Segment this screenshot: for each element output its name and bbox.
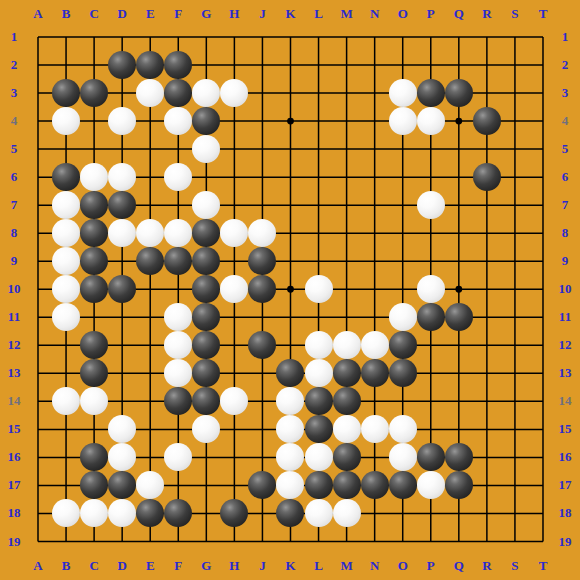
stone-black-G13[interactable] (192, 359, 220, 387)
col-label-bottom-M: M (340, 558, 352, 574)
stone-black-G8[interactable] (192, 219, 220, 247)
stone-black-M14[interactable] (333, 387, 361, 415)
stone-black-D17[interactable] (108, 471, 136, 499)
stone-white-L13[interactable] (305, 359, 333, 387)
row-label-left-12: 12 (8, 337, 21, 353)
stone-white-H10[interactable] (220, 275, 248, 303)
row-label-left-5: 5 (11, 141, 18, 157)
stone-white-B18[interactable] (52, 499, 80, 527)
stone-black-P3[interactable] (417, 79, 445, 107)
star-point-K4 (287, 118, 294, 125)
stone-white-O3[interactable] (389, 79, 417, 107)
stone-black-Q11[interactable] (445, 303, 473, 331)
stone-white-G5[interactable] (192, 135, 220, 163)
stone-white-B8[interactable] (52, 219, 80, 247)
col-label-bottom-Q: Q (454, 558, 464, 574)
stone-black-D2[interactable] (108, 51, 136, 79)
stone-white-B7[interactable] (52, 191, 80, 219)
go-board-app: AABBCCDDEEFFGGHHJJKKLLMMNNOOPPQQRRSSTT11… (0, 0, 580, 580)
stone-white-P17[interactable] (417, 471, 445, 499)
col-label-top-F: F (174, 6, 182, 22)
stone-white-P4[interactable] (417, 107, 445, 135)
stone-black-F9[interactable] (164, 247, 192, 275)
row-label-left-7: 7 (11, 197, 18, 213)
col-label-top-R: R (482, 6, 491, 22)
stone-white-L16[interactable] (305, 443, 333, 471)
stone-black-G4[interactable] (192, 107, 220, 135)
stone-black-R6[interactable] (473, 163, 501, 191)
stone-white-O15[interactable] (389, 415, 417, 443)
col-label-bottom-F: F (174, 558, 182, 574)
row-label-right-16: 16 (559, 449, 572, 465)
stone-black-J12[interactable] (248, 331, 276, 359)
row-label-left-6: 6 (11, 169, 18, 185)
stone-black-Q3[interactable] (445, 79, 473, 107)
stone-black-P11[interactable] (417, 303, 445, 331)
col-label-top-P: P (427, 6, 435, 22)
stone-black-G9[interactable] (192, 247, 220, 275)
stone-black-N17[interactable] (361, 471, 389, 499)
stone-black-G14[interactable] (192, 387, 220, 415)
stone-white-N15[interactable] (361, 415, 389, 443)
stone-black-C12[interactable] (80, 331, 108, 359)
col-label-bottom-O: O (398, 558, 408, 574)
row-label-left-19: 19 (8, 534, 21, 550)
stone-black-C9[interactable] (80, 247, 108, 275)
stone-black-B3[interactable] (52, 79, 80, 107)
stone-white-G15[interactable] (192, 415, 220, 443)
stone-black-M16[interactable] (333, 443, 361, 471)
col-label-top-Q: Q (454, 6, 464, 22)
stone-white-H8[interactable] (220, 219, 248, 247)
stone-black-L17[interactable] (305, 471, 333, 499)
stone-black-H18[interactable] (220, 499, 248, 527)
row-label-left-1: 1 (11, 29, 18, 45)
row-label-left-18: 18 (8, 505, 21, 521)
stone-white-F4[interactable] (164, 107, 192, 135)
star-point-Q4 (455, 118, 462, 125)
stone-black-N13[interactable] (361, 359, 389, 387)
col-label-top-H: H (229, 6, 239, 22)
col-label-bottom-L: L (314, 558, 323, 574)
row-label-left-11: 11 (8, 309, 20, 325)
row-label-left-17: 17 (8, 477, 21, 493)
col-label-top-B: B (62, 6, 71, 22)
row-label-right-4: 4 (562, 113, 569, 129)
col-label-bottom-A: A (33, 558, 42, 574)
stone-white-P7[interactable] (417, 191, 445, 219)
stone-black-G10[interactable] (192, 275, 220, 303)
col-label-bottom-P: P (427, 558, 435, 574)
stone-white-O16[interactable] (389, 443, 417, 471)
col-label-top-M: M (340, 6, 352, 22)
col-label-top-T: T (539, 6, 548, 22)
stone-black-M17[interactable] (333, 471, 361, 499)
stone-white-F11[interactable] (164, 303, 192, 331)
star-point-Q10 (455, 286, 462, 293)
stone-white-O4[interactable] (389, 107, 417, 135)
row-label-right-17: 17 (559, 477, 572, 493)
row-label-left-9: 9 (11, 253, 18, 269)
stone-black-E2[interactable] (136, 51, 164, 79)
stone-black-J17[interactable] (248, 471, 276, 499)
stone-white-K17[interactable] (276, 471, 304, 499)
row-label-right-18: 18 (559, 505, 572, 521)
stone-black-P16[interactable] (417, 443, 445, 471)
row-label-left-3: 3 (11, 85, 18, 101)
stone-white-D8[interactable] (108, 219, 136, 247)
col-label-bottom-N: N (370, 558, 379, 574)
stone-black-F3[interactable] (164, 79, 192, 107)
stone-black-C8[interactable] (80, 219, 108, 247)
col-label-top-D: D (117, 6, 126, 22)
stone-black-Q16[interactable] (445, 443, 473, 471)
col-label-bottom-G: G (201, 558, 211, 574)
stone-black-M13[interactable] (333, 359, 361, 387)
stone-white-D18[interactable] (108, 499, 136, 527)
row-label-right-3: 3 (562, 85, 569, 101)
row-label-right-13: 13 (559, 365, 572, 381)
stone-black-D10[interactable] (108, 275, 136, 303)
stone-white-H14[interactable] (220, 387, 248, 415)
col-label-bottom-K: K (285, 558, 295, 574)
row-label-right-7: 7 (562, 197, 569, 213)
stone-black-C13[interactable] (80, 359, 108, 387)
stone-white-J8[interactable] (248, 219, 276, 247)
row-label-left-8: 8 (11, 225, 18, 241)
row-label-right-5: 5 (562, 141, 569, 157)
stone-white-O11[interactable] (389, 303, 417, 331)
stone-white-H3[interactable] (220, 79, 248, 107)
col-label-bottom-T: T (539, 558, 548, 574)
stone-black-C16[interactable] (80, 443, 108, 471)
stone-white-F13[interactable] (164, 359, 192, 387)
stone-white-B14[interactable] (52, 387, 80, 415)
stone-white-M18[interactable] (333, 499, 361, 527)
col-label-bottom-R: R (482, 558, 491, 574)
stone-black-C17[interactable] (80, 471, 108, 499)
stone-white-B9[interactable] (52, 247, 80, 275)
row-label-left-15: 15 (8, 421, 21, 437)
col-label-bottom-J: J (259, 558, 266, 574)
stone-black-B6[interactable] (52, 163, 80, 191)
stone-white-F8[interactable] (164, 219, 192, 247)
stone-white-D4[interactable] (108, 107, 136, 135)
stone-black-Q17[interactable] (445, 471, 473, 499)
row-label-right-19: 19 (559, 534, 572, 550)
row-label-left-14: 14 (8, 393, 21, 409)
col-label-bottom-E: E (146, 558, 155, 574)
row-label-right-10: 10 (559, 281, 572, 297)
stone-black-K18[interactable] (276, 499, 304, 527)
col-label-top-A: A (33, 6, 42, 22)
row-label-left-10: 10 (8, 281, 21, 297)
stone-black-E18[interactable] (136, 499, 164, 527)
row-label-left-16: 16 (8, 449, 21, 465)
stone-white-C6[interactable] (80, 163, 108, 191)
row-label-right-2: 2 (562, 57, 569, 73)
stone-black-D7[interactable] (108, 191, 136, 219)
star-point-K10 (287, 286, 294, 293)
stone-white-D15[interactable] (108, 415, 136, 443)
stone-black-G11[interactable] (192, 303, 220, 331)
stone-white-G3[interactable] (192, 79, 220, 107)
stone-white-F16[interactable] (164, 443, 192, 471)
col-label-top-L: L (314, 6, 323, 22)
stone-black-L15[interactable] (305, 415, 333, 443)
stone-white-L12[interactable] (305, 331, 333, 359)
row-label-right-9: 9 (562, 253, 569, 269)
stone-black-O12[interactable] (389, 331, 417, 359)
row-label-left-2: 2 (11, 57, 18, 73)
stone-black-J9[interactable] (248, 247, 276, 275)
col-label-top-G: G (201, 6, 211, 22)
stone-white-C14[interactable] (80, 387, 108, 415)
col-label-bottom-S: S (511, 558, 518, 574)
stone-white-B10[interactable] (52, 275, 80, 303)
stone-black-O13[interactable] (389, 359, 417, 387)
col-label-top-K: K (285, 6, 295, 22)
stone-white-B4[interactable] (52, 107, 80, 135)
stone-white-E3[interactable] (136, 79, 164, 107)
stone-white-M12[interactable] (333, 331, 361, 359)
stone-white-P10[interactable] (417, 275, 445, 303)
stone-white-L18[interactable] (305, 499, 333, 527)
col-label-top-C: C (89, 6, 98, 22)
stone-white-B11[interactable] (52, 303, 80, 331)
row-label-right-8: 8 (562, 225, 569, 241)
row-label-right-11: 11 (559, 309, 571, 325)
col-label-top-N: N (370, 6, 379, 22)
stone-white-D6[interactable] (108, 163, 136, 191)
stone-black-F14[interactable] (164, 387, 192, 415)
stone-white-E8[interactable] (136, 219, 164, 247)
stone-white-F6[interactable] (164, 163, 192, 191)
stone-white-G7[interactable] (192, 191, 220, 219)
stone-black-F18[interactable] (164, 499, 192, 527)
row-label-right-12: 12 (559, 337, 572, 353)
stone-black-G12[interactable] (192, 331, 220, 359)
stone-white-C18[interactable] (80, 499, 108, 527)
stone-white-D16[interactable] (108, 443, 136, 471)
stone-white-K15[interactable] (276, 415, 304, 443)
stone-black-J10[interactable] (248, 275, 276, 303)
row-label-right-6: 6 (562, 169, 569, 185)
col-label-bottom-H: H (229, 558, 239, 574)
row-label-right-1: 1 (562, 29, 569, 45)
row-label-right-15: 15 (559, 421, 572, 437)
stone-white-K16[interactable] (276, 443, 304, 471)
stone-white-L10[interactable] (305, 275, 333, 303)
stone-black-O17[interactable] (389, 471, 417, 499)
stone-white-N12[interactable] (361, 331, 389, 359)
stone-white-E17[interactable] (136, 471, 164, 499)
row-label-left-4: 4 (11, 113, 18, 129)
col-label-bottom-B: B (62, 558, 71, 574)
col-label-top-O: O (398, 6, 408, 22)
col-label-top-E: E (146, 6, 155, 22)
stone-black-E9[interactable] (136, 247, 164, 275)
stone-black-K13[interactable] (276, 359, 304, 387)
stone-black-R4[interactable] (473, 107, 501, 135)
row-label-left-13: 13 (8, 365, 21, 381)
stone-white-F12[interactable] (164, 331, 192, 359)
stone-black-C3[interactable] (80, 79, 108, 107)
stone-white-K14[interactable] (276, 387, 304, 415)
stone-white-M15[interactable] (333, 415, 361, 443)
row-label-right-14: 14 (559, 393, 572, 409)
col-label-bottom-C: C (89, 558, 98, 574)
col-label-top-S: S (511, 6, 518, 22)
col-label-bottom-D: D (117, 558, 126, 574)
stone-black-F2[interactable] (164, 51, 192, 79)
stone-black-L14[interactable] (305, 387, 333, 415)
stone-black-C7[interactable] (80, 191, 108, 219)
col-label-top-J: J (259, 6, 266, 22)
stone-black-C10[interactable] (80, 275, 108, 303)
